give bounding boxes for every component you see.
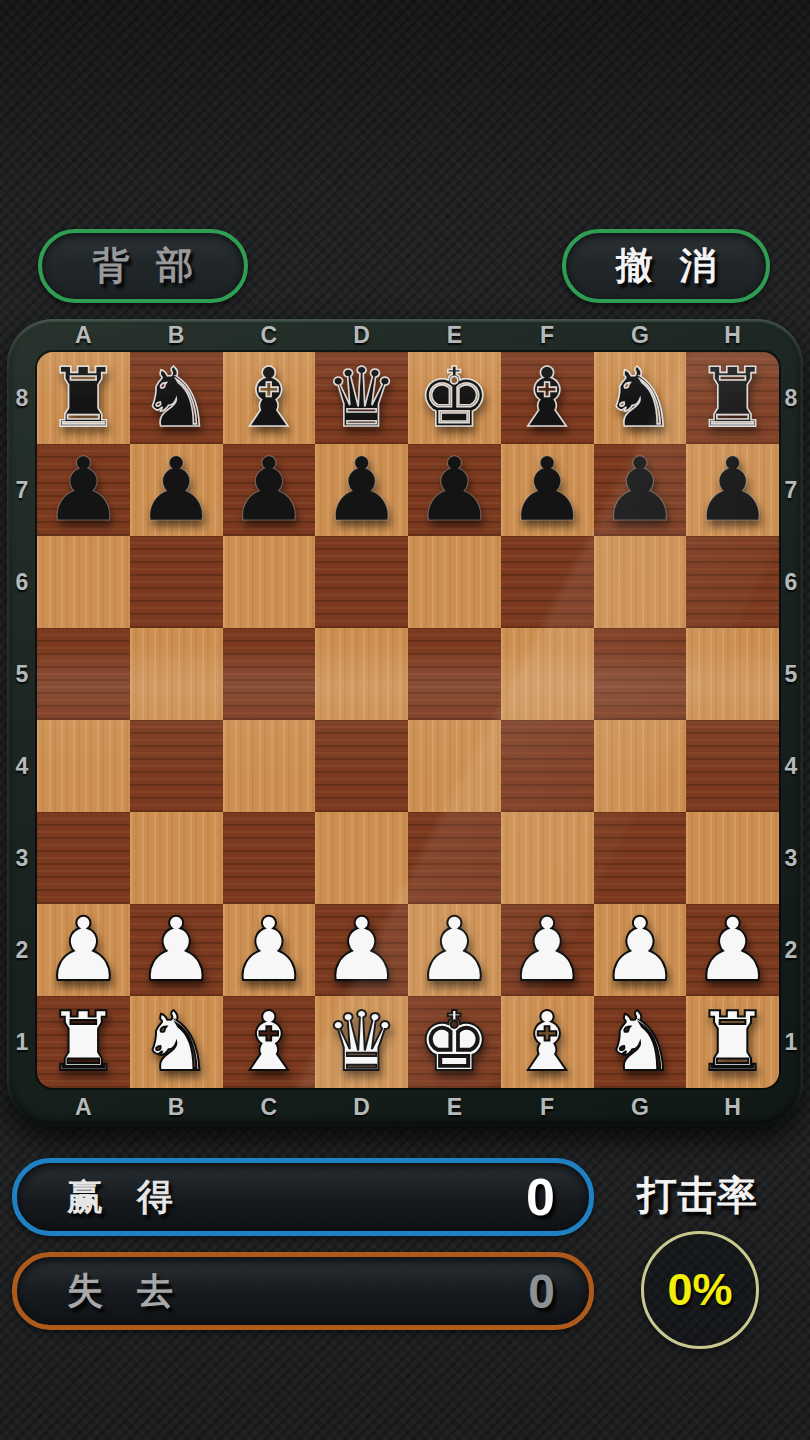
white-bishop[interactable]: ♝: [510, 1001, 584, 1083]
rank-label-left-8: 8: [16, 385, 29, 412]
white-pawn[interactable]: ♟: [600, 906, 679, 994]
white-pawn[interactable]: ♟: [137, 906, 216, 994]
square-e1[interactable]: ♚: [408, 996, 501, 1088]
square-c5[interactable]: [223, 628, 316, 720]
square-g8[interactable]: ♞: [594, 352, 687, 444]
rank-label-right-1: 1: [785, 1029, 798, 1056]
black-bishop[interactable]: ♝: [232, 357, 306, 439]
square-e3[interactable]: [408, 812, 501, 904]
square-h3[interactable]: [686, 812, 779, 904]
black-pawn[interactable]: ♟: [322, 446, 401, 534]
white-rook[interactable]: ♜: [696, 1001, 770, 1083]
white-knight[interactable]: ♞: [139, 1001, 213, 1083]
lost-label: 失 去: [67, 1267, 185, 1316]
black-pawn[interactable]: ♟: [229, 446, 308, 534]
file-label-bottom-c: C: [223, 1094, 316, 1121]
square-a6[interactable]: [37, 536, 130, 628]
lost-value: 0: [528, 1264, 555, 1319]
back-button[interactable]: 背 部: [38, 229, 248, 303]
square-h8[interactable]: ♜: [686, 352, 779, 444]
square-e4[interactable]: [408, 720, 501, 812]
rank-labels-left: 87654321: [7, 352, 37, 1088]
square-e7[interactable]: ♟: [408, 444, 501, 536]
rank-label-left-4: 4: [16, 753, 29, 780]
square-g2[interactable]: ♟: [594, 904, 687, 996]
rank-label-right-8: 8: [785, 385, 798, 412]
rank-label-right-5: 5: [785, 661, 798, 688]
black-king[interactable]: ♚: [418, 357, 492, 439]
won-stat-box: 赢 得 0: [12, 1158, 594, 1236]
white-pawn[interactable]: ♟: [693, 906, 772, 994]
black-pawn[interactable]: ♟: [137, 446, 216, 534]
black-rook[interactable]: ♜: [47, 357, 121, 439]
square-d2[interactable]: ♟: [315, 904, 408, 996]
square-d4[interactable]: [315, 720, 408, 812]
black-knight[interactable]: ♞: [603, 357, 677, 439]
rank-label-right-6: 6: [785, 569, 798, 596]
square-c8[interactable]: ♝: [223, 352, 316, 444]
file-labels-top: ABCDEFGH: [37, 319, 779, 352]
square-b3[interactable]: [130, 812, 223, 904]
square-f1[interactable]: ♝: [501, 996, 594, 1088]
app-background: { "game": "chess", "position": { "fen": …: [0, 0, 810, 1440]
black-pawn[interactable]: ♟: [44, 446, 123, 534]
square-d3[interactable]: [315, 812, 408, 904]
rank-label-left-7: 7: [16, 477, 29, 504]
square-a8[interactable]: ♜: [37, 352, 130, 444]
square-g6[interactable]: [594, 536, 687, 628]
file-label-bottom-d: D: [315, 1094, 408, 1121]
black-knight[interactable]: ♞: [139, 357, 213, 439]
white-pawn[interactable]: ♟: [44, 906, 123, 994]
rank-label-left-6: 6: [16, 569, 29, 596]
square-a3[interactable]: [37, 812, 130, 904]
square-c7[interactable]: ♟: [223, 444, 316, 536]
square-b1[interactable]: ♞: [130, 996, 223, 1088]
square-h2[interactable]: ♟: [686, 904, 779, 996]
white-rook[interactable]: ♜: [47, 1001, 121, 1083]
board-grid: ♜♞♝♛♚♝♞♜♟♟♟♟♟♟♟♟♟♟♟♟♟♟♟♟♜♞♝♛♚♝♞♜: [37, 352, 779, 1088]
square-h6[interactable]: [686, 536, 779, 628]
white-pawn[interactable]: ♟: [322, 906, 401, 994]
square-f5[interactable]: [501, 628, 594, 720]
square-e5[interactable]: [408, 628, 501, 720]
square-c2[interactable]: ♟: [223, 904, 316, 996]
square-h7[interactable]: ♟: [686, 444, 779, 536]
file-label-top-f: F: [501, 322, 594, 349]
square-d7[interactable]: ♟: [315, 444, 408, 536]
square-c3[interactable]: [223, 812, 316, 904]
square-g7[interactable]: ♟: [594, 444, 687, 536]
file-label-top-g: G: [594, 322, 687, 349]
square-d6[interactable]: [315, 536, 408, 628]
rank-labels-right: 87654321: [779, 352, 803, 1088]
file-label-top-b: B: [130, 322, 223, 349]
hit-rate-label: 打击率: [612, 1168, 782, 1223]
white-king[interactable]: ♚: [418, 1001, 492, 1083]
square-c6[interactable]: [223, 536, 316, 628]
undo-button[interactable]: 撤 消: [562, 229, 770, 303]
board-surface: ♜♞♝♛♚♝♞♜♟♟♟♟♟♟♟♟♟♟♟♟♟♟♟♟♜♞♝♛♚♝♞♜: [37, 352, 779, 1088]
square-g4[interactable]: [594, 720, 687, 812]
square-f8[interactable]: ♝: [501, 352, 594, 444]
square-b7[interactable]: ♟: [130, 444, 223, 536]
square-f4[interactable]: [501, 720, 594, 812]
square-h1[interactable]: ♜: [686, 996, 779, 1088]
hit-rate-value: 0%: [667, 1264, 732, 1316]
square-h4[interactable]: [686, 720, 779, 812]
black-pawn[interactable]: ♟: [693, 446, 772, 534]
rank-label-left-2: 2: [16, 937, 29, 964]
file-labels-bottom: ABCDEFGH: [37, 1088, 779, 1127]
black-rook[interactable]: ♜: [696, 357, 770, 439]
square-d8[interactable]: ♛: [315, 352, 408, 444]
file-label-top-a: A: [37, 322, 130, 349]
square-b6[interactable]: [130, 536, 223, 628]
file-label-top-c: C: [223, 322, 316, 349]
file-label-bottom-b: B: [130, 1094, 223, 1121]
file-label-top-d: D: [315, 322, 408, 349]
white-pawn[interactable]: ♟: [508, 906, 587, 994]
file-label-bottom-a: A: [37, 1094, 130, 1121]
square-a1[interactable]: ♜: [37, 996, 130, 1088]
square-g1[interactable]: ♞: [594, 996, 687, 1088]
square-c4[interactable]: [223, 720, 316, 812]
black-pawn[interactable]: ♟: [600, 446, 679, 534]
file-label-bottom-h: H: [686, 1094, 779, 1121]
square-d1[interactable]: ♛: [315, 996, 408, 1088]
rank-label-left-5: 5: [16, 661, 29, 688]
rank-label-right-2: 2: [785, 937, 798, 964]
black-queen[interactable]: ♛: [325, 357, 399, 439]
file-label-bottom-g: G: [594, 1094, 687, 1121]
square-e6[interactable]: [408, 536, 501, 628]
file-label-top-e: E: [408, 322, 501, 349]
square-d5[interactable]: [315, 628, 408, 720]
square-f6[interactable]: [501, 536, 594, 628]
square-c1[interactable]: ♝: [223, 996, 316, 1088]
white-pawn[interactable]: ♟: [229, 906, 308, 994]
rank-label-left-1: 1: [16, 1029, 29, 1056]
rank-label-right-4: 4: [785, 753, 798, 780]
square-g5[interactable]: [594, 628, 687, 720]
board-frame: ABCDEFGH 87654321 ♜♞♝♛♚♝♞♜♟♟♟♟♟♟♟♟♟♟♟♟♟♟…: [7, 319, 803, 1127]
rank-label-left-3: 3: [16, 845, 29, 872]
square-a7[interactable]: ♟: [37, 444, 130, 536]
hit-rate-circle: 0%: [641, 1231, 759, 1349]
won-label: 赢 得: [67, 1173, 185, 1222]
square-b2[interactable]: ♟: [130, 904, 223, 996]
black-bishop[interactable]: ♝: [510, 357, 584, 439]
square-a5[interactable]: [37, 628, 130, 720]
square-h5[interactable]: [686, 628, 779, 720]
rank-label-right-7: 7: [785, 477, 798, 504]
file-label-top-h: H: [686, 322, 779, 349]
lost-stat-box: 失 去 0: [12, 1252, 594, 1330]
square-b4[interactable]: [130, 720, 223, 812]
white-pawn[interactable]: ♟: [415, 906, 494, 994]
square-f7[interactable]: ♟: [501, 444, 594, 536]
black-pawn[interactable]: ♟: [508, 446, 587, 534]
square-g3[interactable]: [594, 812, 687, 904]
white-knight[interactable]: ♞: [603, 1001, 677, 1083]
white-queen[interactable]: ♛: [325, 1001, 399, 1083]
square-f3[interactable]: [501, 812, 594, 904]
square-a2[interactable]: ♟: [37, 904, 130, 996]
square-e2[interactable]: ♟: [408, 904, 501, 996]
square-b8[interactable]: ♞: [130, 352, 223, 444]
rank-label-right-3: 3: [785, 845, 798, 872]
file-label-bottom-f: F: [501, 1094, 594, 1121]
file-label-bottom-e: E: [408, 1094, 501, 1121]
black-pawn[interactable]: ♟: [415, 446, 494, 534]
square-f2[interactable]: ♟: [501, 904, 594, 996]
square-b5[interactable]: [130, 628, 223, 720]
square-a4[interactable]: [37, 720, 130, 812]
white-bishop[interactable]: ♝: [232, 1001, 306, 1083]
square-e8[interactable]: ♚: [408, 352, 501, 444]
won-value: 0: [526, 1167, 555, 1227]
